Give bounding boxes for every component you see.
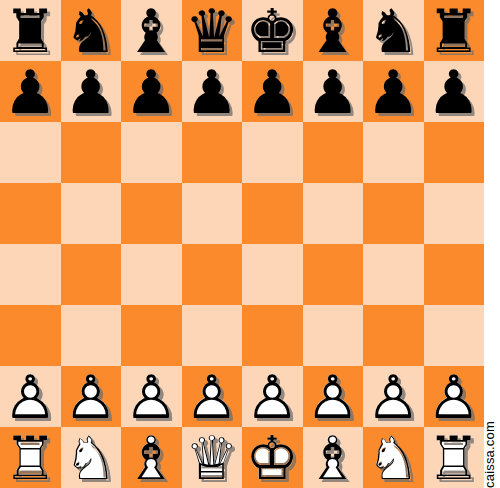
square-h1[interactable]: ♜♖ bbox=[424, 427, 485, 488]
piece-outline: ♘ bbox=[366, 428, 420, 488]
square-a6[interactable] bbox=[0, 122, 61, 183]
piece-outline: ♙ bbox=[306, 367, 360, 427]
square-b5[interactable] bbox=[61, 183, 122, 244]
square-g8[interactable]: ♞ bbox=[363, 0, 424, 61]
square-c3[interactable] bbox=[121, 305, 182, 366]
square-g5[interactable] bbox=[363, 183, 424, 244]
square-b8[interactable]: ♞ bbox=[61, 0, 122, 61]
square-d5[interactable] bbox=[182, 183, 243, 244]
piece-outline: ♖ bbox=[427, 428, 481, 488]
square-c7[interactable]: ♟ bbox=[121, 61, 182, 122]
square-e7[interactable]: ♟ bbox=[242, 61, 303, 122]
black-pawn-piece[interactable]: ♟ bbox=[427, 62, 481, 122]
white-pawn-piece[interactable]: ♟♙ bbox=[3, 367, 57, 427]
square-d6[interactable] bbox=[182, 122, 243, 183]
black-pawn-piece[interactable]: ♟ bbox=[245, 62, 299, 122]
square-e5[interactable] bbox=[242, 183, 303, 244]
square-d8[interactable]: ♛ bbox=[182, 0, 243, 61]
square-c6[interactable] bbox=[121, 122, 182, 183]
square-g6[interactable] bbox=[363, 122, 424, 183]
piece-outline: ♙ bbox=[427, 367, 481, 427]
square-h4[interactable] bbox=[424, 244, 485, 305]
square-d4[interactable] bbox=[182, 244, 243, 305]
square-c5[interactable] bbox=[121, 183, 182, 244]
black-rook-piece[interactable]: ♜ bbox=[427, 1, 481, 61]
square-h8[interactable]: ♜ bbox=[424, 0, 485, 61]
white-pawn-piece[interactable]: ♟♙ bbox=[366, 367, 420, 427]
square-a2[interactable]: ♟♙ bbox=[0, 366, 61, 427]
square-g3[interactable] bbox=[363, 305, 424, 366]
black-pawn-piece[interactable]: ♟ bbox=[64, 62, 118, 122]
watermark-caissa-text: caissa.com bbox=[482, 421, 497, 488]
square-h6[interactable] bbox=[424, 122, 485, 183]
square-h3[interactable] bbox=[424, 305, 485, 366]
white-pawn-piece[interactable]: ♟♙ bbox=[185, 367, 239, 427]
square-g4[interactable] bbox=[363, 244, 424, 305]
square-a5[interactable] bbox=[0, 183, 61, 244]
piece-outline: ♙ bbox=[64, 367, 118, 427]
piece-outline: ♖ bbox=[3, 428, 57, 488]
square-d2[interactable]: ♟♙ bbox=[182, 366, 243, 427]
square-e2[interactable]: ♟♙ bbox=[242, 366, 303, 427]
black-rook-piece[interactable]: ♜ bbox=[3, 1, 57, 61]
square-b4[interactable] bbox=[61, 244, 122, 305]
square-e3[interactable] bbox=[242, 305, 303, 366]
piece-outline: ♙ bbox=[185, 367, 239, 427]
white-pawn-piece[interactable]: ♟♙ bbox=[427, 367, 481, 427]
piece-outline: ♙ bbox=[366, 367, 420, 427]
white-queen-piece[interactable]: ♛♕ bbox=[185, 428, 239, 488]
piece-outline: ♙ bbox=[245, 367, 299, 427]
square-f5[interactable] bbox=[303, 183, 364, 244]
white-pawn-piece[interactable]: ♟♙ bbox=[245, 367, 299, 427]
white-king-piece[interactable]: ♚♔ bbox=[245, 428, 299, 488]
square-e8[interactable]: ♚ bbox=[242, 0, 303, 61]
square-g1[interactable]: ♞♘ bbox=[363, 427, 424, 488]
black-pawn-piece[interactable]: ♟ bbox=[366, 62, 420, 122]
square-c2[interactable]: ♟♙ bbox=[121, 366, 182, 427]
piece-outline: ♙ bbox=[3, 367, 57, 427]
square-f3[interactable] bbox=[303, 305, 364, 366]
white-bishop-piece[interactable]: ♝♗ bbox=[124, 428, 178, 488]
black-bishop-piece[interactable]: ♝ bbox=[306, 1, 360, 61]
piece-outline: ♕ bbox=[185, 428, 239, 488]
square-d3[interactable] bbox=[182, 305, 243, 366]
white-rook-piece[interactable]: ♜♖ bbox=[3, 428, 57, 488]
square-b7[interactable]: ♟ bbox=[61, 61, 122, 122]
square-c8[interactable]: ♝ bbox=[121, 0, 182, 61]
square-a1[interactable]: ♜♖ bbox=[0, 427, 61, 488]
square-e6[interactable] bbox=[242, 122, 303, 183]
square-h7[interactable]: ♟ bbox=[424, 61, 485, 122]
white-pawn-piece[interactable]: ♟♙ bbox=[124, 367, 178, 427]
square-g2[interactable]: ♟♙ bbox=[363, 366, 424, 427]
black-pawn-piece[interactable]: ♟ bbox=[3, 62, 57, 122]
square-c1[interactable]: ♝♗ bbox=[121, 427, 182, 488]
black-pawn-piece[interactable]: ♟ bbox=[306, 62, 360, 122]
black-pawn-piece[interactable]: ♟ bbox=[124, 62, 178, 122]
square-a8[interactable]: ♜ bbox=[0, 0, 61, 61]
square-f8[interactable]: ♝ bbox=[303, 0, 364, 61]
page-margin bbox=[484, 0, 500, 488]
square-f2[interactable]: ♟♙ bbox=[303, 366, 364, 427]
square-b2[interactable]: ♟♙ bbox=[61, 366, 122, 427]
piece-outline: ♔ bbox=[245, 428, 299, 488]
black-pawn-piece[interactable]: ♟ bbox=[185, 62, 239, 122]
square-c4[interactable] bbox=[121, 244, 182, 305]
square-f1[interactable]: ♝♗ bbox=[303, 427, 364, 488]
square-e1[interactable]: ♚♔ bbox=[242, 427, 303, 488]
white-bishop-piece[interactable]: ♝♗ bbox=[306, 428, 360, 488]
square-a4[interactable] bbox=[0, 244, 61, 305]
black-knight-piece[interactable]: ♞ bbox=[366, 1, 420, 61]
square-g7[interactable]: ♟ bbox=[363, 61, 424, 122]
white-pawn-piece[interactable]: ♟♙ bbox=[64, 367, 118, 427]
white-knight-piece[interactable]: ♞♘ bbox=[64, 428, 118, 488]
piece-outline: ♙ bbox=[124, 367, 178, 427]
white-knight-piece[interactable]: ♞♘ bbox=[366, 428, 420, 488]
chess-board: ♜♞♝♛♚♝♞♜♟♟♟♟♟♟♟♟♟♙♟♙♟♙♟♙♟♙♟♙♟♙♟♙♜♖♞♘♝♗♛♕… bbox=[0, 0, 484, 488]
black-queen-piece[interactable]: ♛ bbox=[185, 1, 239, 61]
black-king-piece[interactable]: ♚ bbox=[245, 1, 299, 61]
square-b1[interactable]: ♞♘ bbox=[61, 427, 122, 488]
white-rook-piece[interactable]: ♜♖ bbox=[427, 428, 481, 488]
square-f4[interactable] bbox=[303, 244, 364, 305]
square-b6[interactable] bbox=[61, 122, 122, 183]
square-a7[interactable]: ♟ bbox=[0, 61, 61, 122]
square-e4[interactable] bbox=[242, 244, 303, 305]
square-h2[interactable]: ♟♙ bbox=[424, 366, 485, 427]
square-h5[interactable] bbox=[424, 183, 485, 244]
black-knight-piece[interactable]: ♞ bbox=[64, 1, 118, 61]
square-d7[interactable]: ♟ bbox=[182, 61, 243, 122]
white-pawn-piece[interactable]: ♟♙ bbox=[306, 367, 360, 427]
square-b3[interactable] bbox=[61, 305, 122, 366]
square-f6[interactable] bbox=[303, 122, 364, 183]
square-f7[interactable]: ♟ bbox=[303, 61, 364, 122]
piece-outline: ♘ bbox=[64, 428, 118, 488]
piece-outline: ♗ bbox=[306, 428, 360, 488]
square-d1[interactable]: ♛♕ bbox=[182, 427, 243, 488]
chess-app: ♜♞♝♛♚♝♞♜♟♟♟♟♟♟♟♟♟♙♟♙♟♙♟♙♟♙♟♙♟♙♟♙♜♖♞♘♝♗♛♕… bbox=[0, 0, 500, 488]
square-a3[interactable] bbox=[0, 305, 61, 366]
piece-outline: ♗ bbox=[124, 428, 178, 488]
black-bishop-piece[interactable]: ♝ bbox=[124, 1, 178, 61]
